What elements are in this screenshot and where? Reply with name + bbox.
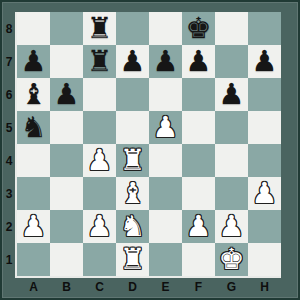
square-h6[interactable] [248, 78, 281, 111]
white-pawn-c2[interactable]: ♟ [83, 210, 116, 243]
square-c3[interactable] [83, 177, 116, 210]
rank-label-1: 1 [0, 243, 15, 276]
square-b4[interactable] [50, 144, 83, 177]
square-g6[interactable]: ♟ [215, 78, 248, 111]
square-f7[interactable]: ♟ [182, 45, 215, 78]
square-b6[interactable]: ♟ [50, 78, 83, 111]
square-a4[interactable] [17, 144, 50, 177]
square-d3[interactable]: ♝ [116, 177, 149, 210]
square-g3[interactable] [215, 177, 248, 210]
black-king-f8[interactable]: ♚ [182, 12, 215, 45]
file-label-f: F [182, 277, 215, 296]
square-e8[interactable] [149, 12, 182, 45]
square-a2[interactable]: ♟ [17, 210, 50, 243]
square-h2[interactable] [248, 210, 281, 243]
rank-label-8: 8 [0, 12, 15, 45]
white-rook-d1[interactable]: ♜ [116, 243, 149, 276]
rank-label-6: 6 [0, 78, 15, 111]
square-c1[interactable] [83, 243, 116, 276]
white-rook-d4[interactable]: ♜ [116, 144, 149, 177]
chess-diagram: 87654321 ♜♚♟♜♟♟♟♟♝♟♟♞♟♟♜♝♟♟♟♞♟♟♜♚ ABCDEF… [0, 0, 300, 300]
square-d1[interactable]: ♜ [116, 243, 149, 276]
square-g1[interactable]: ♚ [215, 243, 248, 276]
rank-label-3: 3 [0, 177, 15, 210]
square-c8[interactable]: ♜ [83, 12, 116, 45]
square-e7[interactable]: ♟ [149, 45, 182, 78]
square-b3[interactable] [50, 177, 83, 210]
file-label-d: D [116, 277, 149, 296]
square-d2[interactable]: ♞ [116, 210, 149, 243]
square-h3[interactable]: ♟ [248, 177, 281, 210]
black-rook-c7[interactable]: ♜ [83, 45, 116, 78]
square-b1[interactable] [50, 243, 83, 276]
file-label-b: B [50, 277, 83, 296]
file-label-a: A [17, 277, 50, 296]
file-label-c: C [83, 277, 116, 296]
square-a7[interactable]: ♟ [17, 45, 50, 78]
square-e2[interactable] [149, 210, 182, 243]
square-a3[interactable] [17, 177, 50, 210]
rank-label-2: 2 [0, 210, 15, 243]
square-g5[interactable] [215, 111, 248, 144]
black-pawn-a7[interactable]: ♟ [17, 45, 50, 78]
square-a1[interactable] [17, 243, 50, 276]
square-d4[interactable]: ♜ [116, 144, 149, 177]
file-label-g: G [215, 277, 248, 296]
black-pawn-b6[interactable]: ♟ [50, 78, 83, 111]
square-f4[interactable] [182, 144, 215, 177]
white-pawn-e5[interactable]: ♟ [149, 111, 182, 144]
square-d7[interactable]: ♟ [116, 45, 149, 78]
white-bishop-d3[interactable]: ♝ [116, 177, 149, 210]
square-h8[interactable] [248, 12, 281, 45]
white-pawn-f2[interactable]: ♟ [182, 210, 215, 243]
black-pawn-e7[interactable]: ♟ [149, 45, 182, 78]
file-label-e: E [149, 277, 182, 296]
square-b7[interactable] [50, 45, 83, 78]
square-b2[interactable] [50, 210, 83, 243]
square-b5[interactable] [50, 111, 83, 144]
square-g2[interactable]: ♟ [215, 210, 248, 243]
black-pawn-g6[interactable]: ♟ [215, 78, 248, 111]
black-pawn-d7[interactable]: ♟ [116, 45, 149, 78]
square-a6[interactable]: ♝ [17, 78, 50, 111]
square-a5[interactable]: ♞ [17, 111, 50, 144]
square-h1[interactable] [248, 243, 281, 276]
square-c7[interactable]: ♜ [83, 45, 116, 78]
square-e5[interactable]: ♟ [149, 111, 182, 144]
square-e4[interactable] [149, 144, 182, 177]
white-knight-d2[interactable]: ♞ [116, 210, 149, 243]
square-f5[interactable] [182, 111, 215, 144]
rank-labels: 87654321 [0, 12, 15, 276]
square-f3[interactable] [182, 177, 215, 210]
rank-label-5: 5 [0, 111, 15, 144]
black-knight-a5[interactable]: ♞ [17, 111, 50, 144]
black-rook-c8[interactable]: ♜ [83, 12, 116, 45]
black-pawn-h7[interactable]: ♟ [248, 45, 281, 78]
square-h7[interactable]: ♟ [248, 45, 281, 78]
square-d5[interactable] [116, 111, 149, 144]
square-b8[interactable] [50, 12, 83, 45]
file-label-h: H [248, 277, 281, 296]
square-g7[interactable] [215, 45, 248, 78]
square-a8[interactable] [17, 12, 50, 45]
square-d6[interactable] [116, 78, 149, 111]
board: ♜♚♟♜♟♟♟♟♝♟♟♞♟♟♜♝♟♟♟♞♟♟♜♚ [15, 12, 281, 278]
square-c5[interactable] [83, 111, 116, 144]
square-c6[interactable] [83, 78, 116, 111]
square-f8[interactable]: ♚ [182, 12, 215, 45]
black-pawn-f7[interactable]: ♟ [182, 45, 215, 78]
square-e6[interactable] [149, 78, 182, 111]
square-e3[interactable] [149, 177, 182, 210]
rank-label-7: 7 [0, 45, 15, 78]
white-pawn-h3[interactable]: ♟ [248, 177, 281, 210]
square-f2[interactable]: ♟ [182, 210, 215, 243]
white-pawn-g2[interactable]: ♟ [215, 210, 248, 243]
square-g4[interactable] [215, 144, 248, 177]
rank-label-4: 4 [0, 144, 15, 177]
white-king-g1[interactable]: ♚ [215, 243, 248, 276]
white-pawn-a2[interactable]: ♟ [17, 210, 50, 243]
square-g8[interactable] [215, 12, 248, 45]
square-f6[interactable] [182, 78, 215, 111]
square-e1[interactable] [149, 243, 182, 276]
file-labels: ABCDEFGH [17, 277, 281, 296]
square-c4[interactable]: ♟ [83, 144, 116, 177]
square-d8[interactable] [116, 12, 149, 45]
square-c2[interactable]: ♟ [83, 210, 116, 243]
square-h5[interactable] [248, 111, 281, 144]
white-pawn-c4[interactable]: ♟ [83, 144, 116, 177]
square-h4[interactable] [248, 144, 281, 177]
square-f1[interactable] [182, 243, 215, 276]
black-bishop-a6[interactable]: ♝ [17, 78, 50, 111]
